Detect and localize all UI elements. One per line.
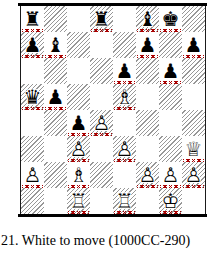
- square-d2: [90, 162, 113, 188]
- square-h7: ♟: [182, 32, 205, 58]
- square-e7: [113, 32, 136, 58]
- square-d1: [90, 188, 113, 214]
- chess-board: ♜♜♝♚♟♝♟♟♟♟♛♟♝♗♟♟♙♟♙♟♙♛♕♟♙♝♗♟♙♟♙♟♙♜♖♜♖♚♔: [21, 6, 205, 214]
- square-h1: [182, 188, 205, 214]
- square-g3: [159, 136, 182, 162]
- square-d4: ♟♙: [90, 110, 113, 136]
- square-a3: [21, 136, 44, 162]
- square-e2: [113, 162, 136, 188]
- square-f4: [136, 110, 159, 136]
- square-a4: [21, 110, 44, 136]
- square-a5: ♛: [21, 84, 44, 110]
- chess-diagram: ♜♜♝♚♟♝♟♟♟♟♛♟♝♗♟♟♙♟♙♟♙♛♕♟♙♝♗♟♙♟♙♟♙♜♖♜♖♚♔: [0, 0, 208, 222]
- square-f8: ♝: [136, 6, 159, 32]
- square-c3: ♟♙: [67, 136, 90, 162]
- square-a1: [21, 188, 44, 214]
- square-d8: ♜: [90, 6, 113, 32]
- square-d7: [90, 32, 113, 58]
- square-g6: ♟: [159, 58, 182, 84]
- square-h4: [182, 110, 205, 136]
- square-d5: [90, 84, 113, 110]
- square-e8: [113, 6, 136, 32]
- square-g4: [159, 110, 182, 136]
- square-a7: ♟: [21, 32, 44, 58]
- square-g8: ♚: [159, 6, 182, 32]
- square-c4: ♟: [67, 110, 90, 136]
- square-h2: ♟♙: [182, 162, 205, 188]
- square-c6: [67, 58, 90, 84]
- square-d3: [90, 136, 113, 162]
- square-b5: ♟: [44, 84, 67, 110]
- square-f5: [136, 84, 159, 110]
- diagram-caption: 21. White to move (1000CC-290): [1, 233, 207, 249]
- square-c5: [67, 84, 90, 110]
- square-b3: [44, 136, 67, 162]
- square-a2: ♟♙: [21, 162, 44, 188]
- square-e4: [113, 110, 136, 136]
- square-c7: [67, 32, 90, 58]
- board-bottom-border: [18, 214, 207, 217]
- square-c1: ♜♖: [67, 188, 90, 214]
- square-c2: ♝♗: [67, 162, 90, 188]
- square-f3: [136, 136, 159, 162]
- square-a6: [21, 58, 44, 84]
- square-f6: [136, 58, 159, 84]
- square-a8: ♜: [21, 6, 44, 32]
- square-h6: [182, 58, 205, 84]
- square-e6: ♟: [113, 58, 136, 84]
- square-h5: [182, 84, 205, 110]
- square-c8: [67, 6, 90, 32]
- square-h8: [182, 6, 205, 32]
- square-f7: ♟: [136, 32, 159, 58]
- square-b7: ♝: [44, 32, 67, 58]
- square-g1: ♚♔: [159, 188, 182, 214]
- square-h3: ♛♕: [182, 136, 205, 162]
- square-e1: ♜♖: [113, 188, 136, 214]
- square-g2: ♟♙: [159, 162, 182, 188]
- square-b8: [44, 6, 67, 32]
- square-d6: [90, 58, 113, 84]
- square-f1: [136, 188, 159, 214]
- square-b6: [44, 58, 67, 84]
- square-b2: [44, 162, 67, 188]
- square-e3: ♟♙: [113, 136, 136, 162]
- square-g7: [159, 32, 182, 58]
- square-b4: [44, 110, 67, 136]
- square-b1: [44, 188, 67, 214]
- square-f2: ♟♙: [136, 162, 159, 188]
- square-g5: [159, 84, 182, 110]
- square-e5: ♝♗: [113, 84, 136, 110]
